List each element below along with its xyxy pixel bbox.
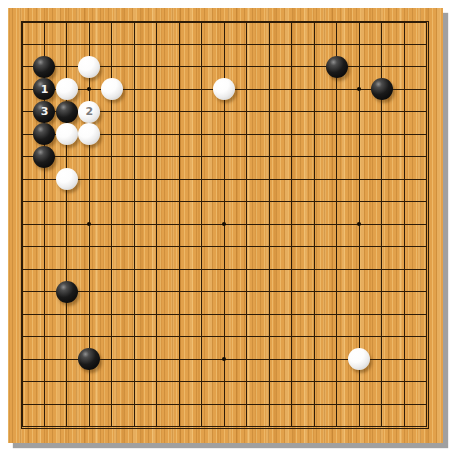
grid-line-vertical — [404, 22, 405, 427]
stone-white-D15: 2 — [78, 101, 100, 123]
grid-line-vertical — [314, 22, 315, 427]
star-point — [222, 222, 226, 226]
stone-white-E16 — [101, 78, 123, 100]
stone-black-B16: 1 — [33, 78, 55, 100]
star-point — [357, 87, 361, 91]
stone-black-P17 — [326, 56, 348, 78]
stone-black-B13 — [33, 146, 55, 168]
stone-black-D4 — [78, 348, 100, 370]
grid-line-horizontal — [22, 336, 427, 337]
stone-white-C12 — [56, 168, 78, 190]
star-point — [222, 357, 226, 361]
stone-black-B17 — [33, 56, 55, 78]
grid-line-horizontal — [22, 269, 427, 270]
grid-line-horizontal — [22, 246, 427, 247]
grid-line-horizontal — [22, 314, 427, 315]
star-point — [357, 222, 361, 226]
grid-line-vertical — [269, 22, 270, 427]
star-point — [87, 222, 91, 226]
move-number-label: 2 — [86, 106, 94, 117]
go-diagram: 132 — [0, 0, 453, 453]
grid-line-horizontal — [22, 381, 427, 382]
stone-white-C14 — [56, 123, 78, 145]
stone-black-C15 — [56, 101, 78, 123]
grid-line-vertical — [426, 22, 427, 427]
grid-line-vertical — [246, 22, 247, 427]
grid-line-vertical — [291, 22, 292, 427]
stone-white-K16 — [213, 78, 235, 100]
stone-black-B14 — [33, 123, 55, 145]
stone-white-C16 — [56, 78, 78, 100]
grid-line-horizontal — [22, 404, 427, 405]
grid-line-horizontal — [22, 426, 427, 427]
stone-black-C7 — [56, 281, 78, 303]
move-number-label: 3 — [41, 106, 49, 117]
move-number-label: 1 — [41, 84, 49, 95]
grid-line-vertical — [336, 22, 337, 427]
stone-white-D17 — [78, 56, 100, 78]
stone-black-B15: 3 — [33, 101, 55, 123]
goban: 132 — [8, 8, 443, 443]
stone-white-Q4 — [348, 348, 370, 370]
stone-white-D14 — [78, 123, 100, 145]
board-grid[interactable]: 132 — [22, 22, 427, 427]
stone-black-R16 — [371, 78, 393, 100]
grid-line-horizontal — [22, 291, 427, 292]
star-point — [87, 87, 91, 91]
